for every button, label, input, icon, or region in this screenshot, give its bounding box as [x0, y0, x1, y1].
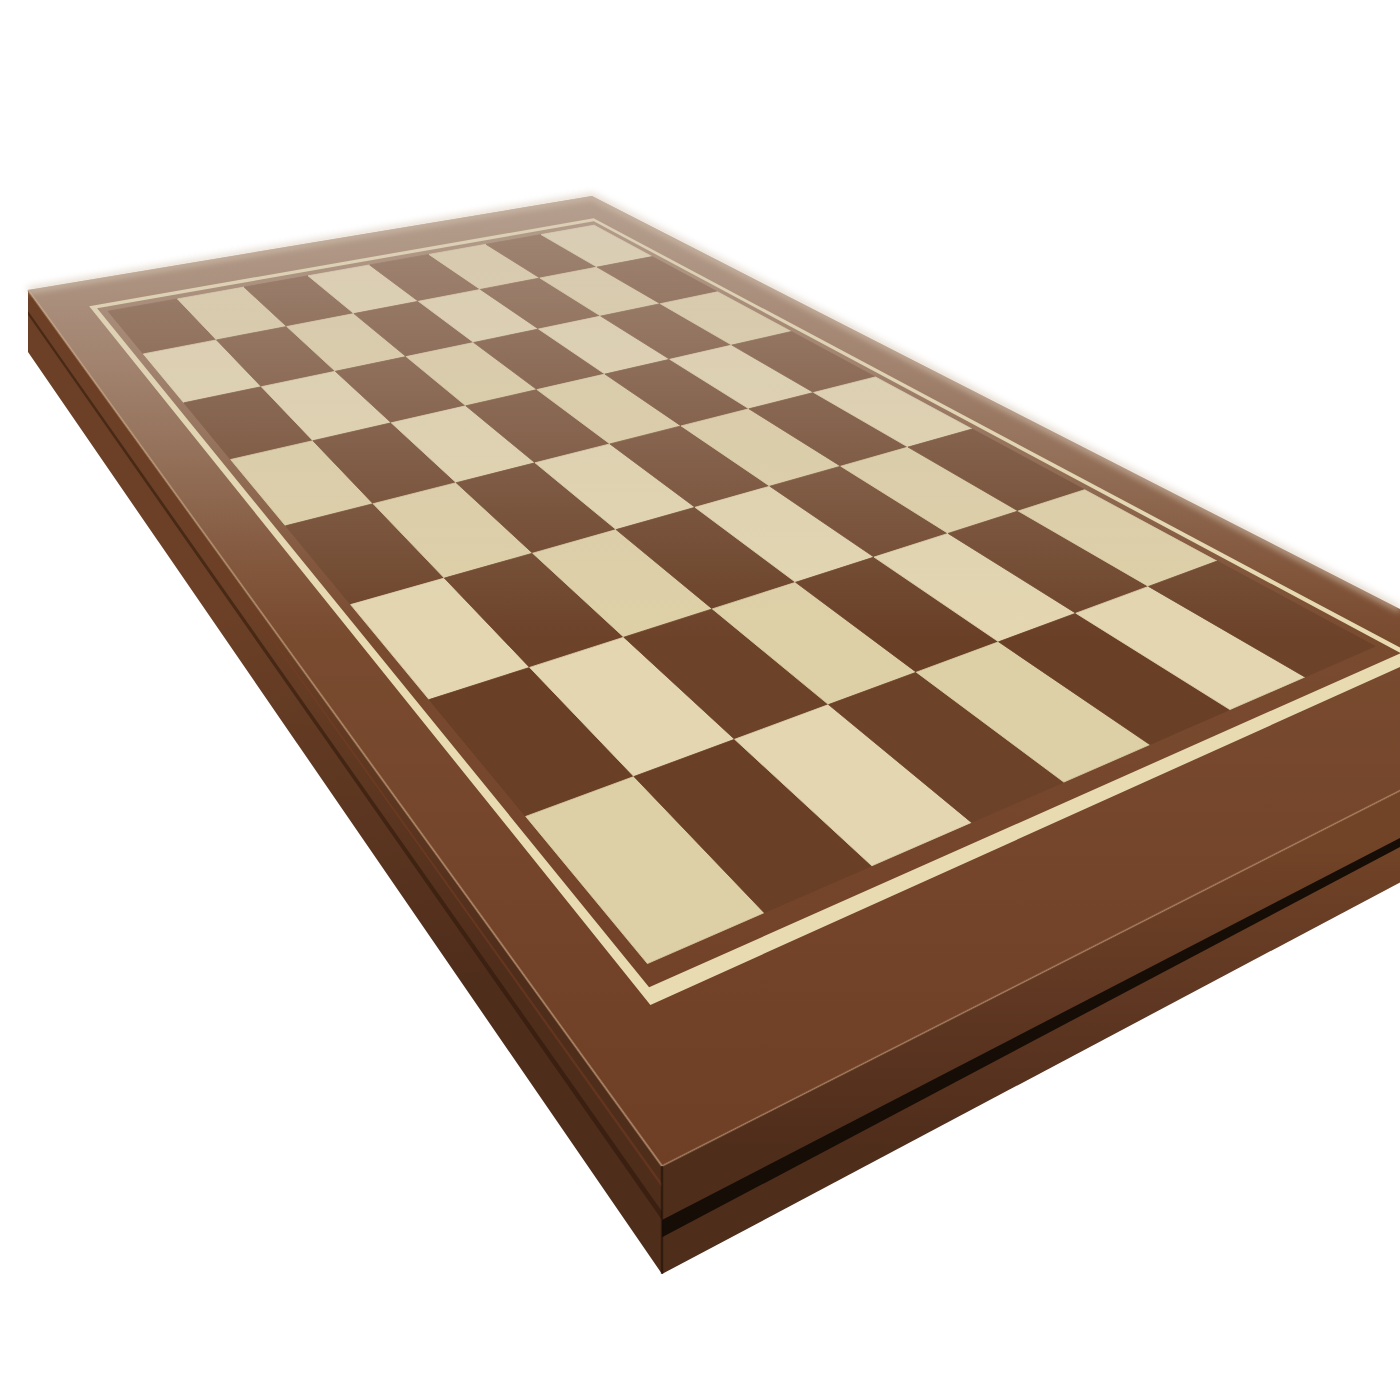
product-photo [0, 0, 1400, 1400]
chessboard [0, 0, 1400, 1400]
